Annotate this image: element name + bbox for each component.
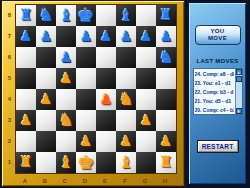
square-g2[interactable]	[136, 131, 156, 152]
move-entry: 23. You: e1 - d1	[195, 79, 234, 88]
square-c2[interactable]	[56, 131, 76, 152]
file-label-g: G	[135, 175, 155, 186]
scroll-down-icon[interactable]: ▼	[236, 108, 242, 114]
board-frame: 87654321 ♜♞♝♚♝♜♟♟♟♟♟♟♟♟♞♟♟♟♞♟♞♟♟♟♟♜♝♚♝♜ …	[1, 0, 185, 187]
square-e7[interactable]: ♟	[96, 26, 116, 47]
square-a5[interactable]	[16, 68, 36, 89]
square-d5[interactable]	[76, 68, 96, 89]
rank-label-3: 3	[4, 109, 15, 130]
turn-indicator-line1: YOU	[196, 28, 240, 35]
square-g8[interactable]	[136, 5, 156, 26]
square-g1[interactable]	[136, 152, 156, 173]
square-b8[interactable]: ♞	[36, 5, 56, 26]
piece-blue-pawn[interactable]: ♟	[160, 26, 173, 47]
piece-blue-knight[interactable]: ♞	[38, 5, 53, 26]
moves-scrollbar[interactable]: ▲ ▼	[235, 69, 242, 114]
piece-blue-pawn[interactable]: ♟	[80, 26, 93, 47]
file-label-e: E	[95, 175, 115, 186]
square-h6[interactable]: ♞	[156, 47, 176, 68]
piece-gold-pawn[interactable]: ♟	[120, 131, 133, 152]
piece-gold-rook[interactable]: ♜	[19, 152, 32, 173]
square-f5[interactable]	[116, 68, 136, 89]
file-label-a: A	[15, 175, 35, 186]
move-entry: 21. You: d5 - d1	[195, 97, 234, 106]
square-b6[interactable]	[36, 47, 56, 68]
square-d1[interactable]: ♚	[76, 152, 96, 173]
square-h1[interactable]: ♜	[156, 152, 176, 173]
file-label-c: C	[55, 175, 75, 186]
square-c1[interactable]: ♝	[56, 152, 76, 173]
square-h7[interactable]: ♟	[156, 26, 176, 47]
square-g7[interactable]: ♟	[136, 26, 156, 47]
piece-gold-pawn[interactable]: ♟	[40, 89, 53, 110]
square-h5[interactable]	[156, 68, 176, 89]
square-h3[interactable]	[156, 110, 176, 131]
file-labels: ABCDEFGH	[15, 175, 175, 186]
square-g5[interactable]	[136, 68, 156, 89]
piece-gold-rook[interactable]: ♜	[159, 152, 172, 173]
file-label-f: F	[115, 175, 135, 186]
square-c7[interactable]	[56, 26, 76, 47]
piece-blue-king[interactable]: ♚	[77, 5, 94, 26]
piece-blue-bishop[interactable]: ♝	[119, 5, 133, 26]
square-c5[interactable]: ♟	[56, 68, 76, 89]
square-e4[interactable]: ♟	[96, 89, 116, 110]
piece-blue-bishop[interactable]: ♝	[59, 5, 73, 26]
sidebar-panel: YOU MOVE LAST MOVES 24. Comp: e8 - d823.…	[188, 2, 247, 185]
piece-gold-pawn[interactable]: ♟	[160, 131, 173, 152]
square-f6[interactable]	[116, 47, 136, 68]
square-b5[interactable]	[36, 68, 56, 89]
piece-blue-pawn[interactable]: ♟	[100, 26, 113, 47]
square-e2[interactable]	[96, 131, 116, 152]
square-e5[interactable]	[96, 68, 116, 89]
square-b2[interactable]	[36, 131, 56, 152]
square-f8[interactable]: ♝	[116, 5, 136, 26]
move-entry: 24. Comp: e8 - d8	[195, 70, 234, 79]
rank-label-1: 1	[4, 151, 15, 172]
square-g3[interactable]: ♟	[136, 110, 156, 131]
piece-blue-rook[interactable]: ♜	[19, 5, 32, 26]
piece-blue-pawn[interactable]: ♟	[40, 26, 53, 47]
last-moves-heading: LAST MOVES	[189, 58, 246, 64]
square-f4[interactable]: ♞	[116, 89, 136, 110]
square-d6[interactable]	[76, 47, 96, 68]
square-d8[interactable]: ♚	[76, 5, 96, 26]
square-c8[interactable]: ♝	[56, 5, 76, 26]
piece-gold-bishop[interactable]: ♝	[59, 152, 73, 173]
square-e6[interactable]	[96, 47, 116, 68]
moves-listbox: 24. Comp: e8 - d823. You: e1 - d122. Com…	[193, 68, 243, 115]
rank-labels: 87654321	[4, 4, 15, 172]
piece-blue-knight[interactable]: ♞	[158, 47, 173, 68]
chess-board[interactable]: ♜♞♝♚♝♜♟♟♟♟♟♟♟♟♞♟♟♟♞♟♞♟♟♟♟♜♝♚♝♜	[15, 4, 177, 174]
square-a6[interactable]	[16, 47, 36, 68]
turn-indicator: YOU MOVE	[195, 25, 241, 45]
rank-label-4: 4	[4, 88, 15, 109]
square-b7[interactable]: ♟	[36, 26, 56, 47]
square-a8[interactable]: ♜	[16, 5, 36, 26]
piece-blue-rook[interactable]: ♜	[159, 5, 172, 26]
piece-blue-pawn[interactable]: ♟	[140, 26, 153, 47]
square-e1[interactable]	[96, 152, 116, 173]
turn-indicator-line2: MOVE	[196, 35, 240, 42]
square-f2[interactable]: ♟	[116, 131, 136, 152]
square-a2[interactable]	[16, 131, 36, 152]
square-a7[interactable]: ♟	[16, 26, 36, 47]
piece-gold-pawn[interactable]: ♟	[80, 131, 93, 152]
square-h8[interactable]: ♜	[156, 5, 176, 26]
square-b4[interactable]: ♟	[36, 89, 56, 110]
square-a1[interactable]: ♜	[16, 152, 36, 173]
square-f7[interactable]: ♟	[116, 26, 136, 47]
file-label-d: D	[75, 175, 95, 186]
piece-gold-knight[interactable]: ♞	[118, 89, 133, 110]
move-entry: 22. Comp: b3 - d1	[195, 88, 234, 97]
piece-gold-king[interactable]: ♚	[77, 152, 94, 173]
file-label-b: B	[35, 175, 55, 186]
square-b3[interactable]	[36, 110, 56, 131]
square-g4[interactable]	[136, 89, 156, 110]
square-d4[interactable]	[76, 89, 96, 110]
rank-label-7: 7	[4, 25, 15, 46]
square-h2[interactable]: ♟	[156, 131, 176, 152]
square-h4[interactable]	[156, 89, 176, 110]
square-e3[interactable]	[96, 110, 116, 131]
square-d7[interactable]: ♟	[76, 26, 96, 47]
rank-label-8: 8	[4, 4, 15, 25]
scrollbar-thumb[interactable]	[236, 76, 242, 82]
move-entry: 20. Comp: c4 - b3	[195, 106, 234, 115]
square-f3[interactable]	[116, 110, 136, 131]
square-c4[interactable]	[56, 89, 76, 110]
piece-gold-pawn[interactable]: ♟	[60, 68, 73, 89]
piece-gold-pawn[interactable]: ♟	[100, 89, 113, 110]
file-label-h: H	[155, 175, 175, 186]
square-b1[interactable]	[36, 152, 56, 173]
moves-list: 24. Comp: e8 - d823. You: e1 - d122. Com…	[195, 70, 234, 115]
piece-gold-bishop[interactable]: ♝	[119, 152, 133, 173]
square-a3[interactable]: ♟	[16, 110, 36, 131]
piece-gold-pawn[interactable]: ♟	[140, 110, 153, 131]
square-c6[interactable]: ♟	[56, 47, 76, 68]
square-d2[interactable]: ♟	[76, 131, 96, 152]
piece-blue-pawn[interactable]: ♟	[20, 26, 33, 47]
square-c3[interactable]: ♞	[56, 110, 76, 131]
rank-label-5: 5	[4, 67, 15, 88]
restart-button[interactable]: RESTART	[197, 140, 239, 153]
square-d3[interactable]	[76, 110, 96, 131]
piece-blue-pawn[interactable]: ♟	[120, 26, 133, 47]
piece-blue-pawn[interactable]: ♟	[60, 47, 73, 68]
piece-gold-pawn[interactable]: ♟	[20, 110, 33, 131]
square-a4[interactable]	[16, 89, 36, 110]
rank-label-6: 6	[4, 46, 15, 67]
scroll-up-icon[interactable]: ▲	[236, 69, 242, 75]
square-e8[interactable]	[96, 5, 116, 26]
rank-label-2: 2	[4, 130, 15, 151]
square-f1[interactable]: ♝	[116, 152, 136, 173]
piece-gold-knight[interactable]: ♞	[58, 110, 73, 131]
square-g6[interactable]	[136, 47, 156, 68]
